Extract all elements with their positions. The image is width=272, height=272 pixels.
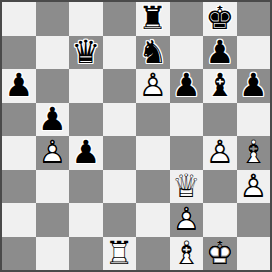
square-f2[interactable]: ♟♙ [170,203,204,237]
white-queen-outline-glyph: ♕ [170,170,204,204]
square-g7[interactable]: ♟ [203,36,237,70]
square-c4[interactable]: ♟ [69,136,103,170]
square-c5[interactable] [69,103,103,137]
square-e5[interactable] [136,103,170,137]
white-pawn-e6[interactable]: ♟♙ [136,69,170,103]
square-f8[interactable] [170,2,204,36]
black-pawn-glyph: ♟ [69,136,103,170]
white-pawn-glyph: ♟ [170,203,204,237]
square-b2[interactable] [36,203,70,237]
square-b3[interactable] [36,170,70,204]
black-pawn-glyph: ♟ [36,103,70,137]
white-bishop-glyph: ♝ [237,136,271,170]
square-h2[interactable] [237,203,271,237]
square-f7[interactable] [170,36,204,70]
square-e2[interactable] [136,203,170,237]
square-g6[interactable]: ♝ [203,69,237,103]
black-knight-e7[interactable]: ♞ [136,36,170,70]
white-king-outline-glyph: ♔ [203,237,237,271]
white-pawn-h3[interactable]: ♟♙ [237,170,271,204]
square-g1[interactable]: ♚♔ [203,237,237,271]
black-rook-e8[interactable]: ♜ [136,2,170,36]
white-bishop-glyph: ♝ [170,237,204,271]
white-pawn-outline-glyph: ♙ [170,203,204,237]
black-pawn-h6[interactable]: ♟ [237,69,271,103]
black-pawn-glyph: ♟ [2,69,36,103]
square-e8[interactable]: ♜ [136,2,170,36]
chess-board-grid: ♜♚♛♞♟♟♟♙♟♝♟♟♟♙♟♟♙♝♗♛♕♟♙♟♙♜♖♝♗♚♔ [2,2,270,270]
white-rook-outline-glyph: ♖ [103,237,137,271]
square-h1[interactable] [237,237,271,271]
square-e6[interactable]: ♟♙ [136,69,170,103]
black-pawn-f6[interactable]: ♟ [170,69,204,103]
square-f6[interactable]: ♟ [170,69,204,103]
square-f3[interactable]: ♛♕ [170,170,204,204]
white-pawn-outline-glyph: ♙ [237,170,271,204]
white-rook-d1[interactable]: ♜♖ [103,237,137,271]
white-pawn-outline-glyph: ♙ [136,69,170,103]
black-knight-glyph: ♞ [136,36,170,70]
square-b6[interactable] [36,69,70,103]
white-pawn-g4[interactable]: ♟♙ [203,136,237,170]
black-pawn-a6[interactable]: ♟ [2,69,36,103]
white-bishop-outline-glyph: ♗ [170,237,204,271]
square-f4[interactable] [170,136,204,170]
square-h3[interactable]: ♟♙ [237,170,271,204]
white-bishop-outline-glyph: ♗ [237,136,271,170]
square-d4[interactable] [103,136,137,170]
black-pawn-b5[interactable]: ♟ [36,103,70,137]
white-bishop-h4[interactable]: ♝♗ [237,136,271,170]
square-g3[interactable] [203,170,237,204]
white-pawn-b4[interactable]: ♟♙ [36,136,70,170]
black-pawn-glyph: ♟ [170,69,204,103]
black-rook-glyph: ♜ [136,2,170,36]
square-g8[interactable]: ♚ [203,2,237,36]
square-d8[interactable] [103,2,137,36]
square-e1[interactable] [136,237,170,271]
square-e3[interactable] [136,170,170,204]
white-king-g1[interactable]: ♚♔ [203,237,237,271]
black-pawn-glyph: ♟ [237,69,271,103]
square-b5[interactable]: ♟ [36,103,70,137]
square-f5[interactable] [170,103,204,137]
black-pawn-glyph: ♟ [203,36,237,70]
black-king-glyph: ♚ [203,2,237,36]
white-pawn-glyph: ♟ [203,136,237,170]
black-bishop-glyph: ♝ [203,69,237,103]
square-c7[interactable]: ♛ [69,36,103,70]
white-rook-glyph: ♜ [103,237,137,271]
square-h8[interactable] [237,2,271,36]
square-b7[interactable] [36,36,70,70]
square-d2[interactable] [103,203,137,237]
white-pawn-glyph: ♟ [136,69,170,103]
square-e7[interactable]: ♞ [136,36,170,70]
square-c6[interactable] [69,69,103,103]
square-a1[interactable] [2,237,36,271]
black-queen-c7[interactable]: ♛ [69,36,103,70]
square-e4[interactable] [136,136,170,170]
white-king-glyph: ♚ [203,237,237,271]
square-d7[interactable] [103,36,137,70]
white-pawn-outline-glyph: ♙ [203,136,237,170]
square-d6[interactable] [103,69,137,103]
white-pawn-outline-glyph: ♙ [36,136,70,170]
square-h6[interactable]: ♟ [237,69,271,103]
square-b4[interactable]: ♟♙ [36,136,70,170]
square-h7[interactable] [237,36,271,70]
square-a7[interactable] [2,36,36,70]
black-pawn-g7[interactable]: ♟ [203,36,237,70]
square-a2[interactable] [2,203,36,237]
square-a5[interactable] [2,103,36,137]
square-f1[interactable]: ♝♗ [170,237,204,271]
black-queen-glyph: ♛ [69,36,103,70]
black-king-g8[interactable]: ♚ [203,2,237,36]
square-h5[interactable] [237,103,271,137]
square-c3[interactable] [69,170,103,204]
square-a3[interactable] [2,170,36,204]
white-pawn-f2[interactable]: ♟♙ [170,203,204,237]
square-b1[interactable] [36,237,70,271]
white-pawn-glyph: ♟ [36,136,70,170]
black-bishop-g6[interactable]: ♝ [203,69,237,103]
square-h4[interactable]: ♝♗ [237,136,271,170]
square-c2[interactable] [69,203,103,237]
white-queen-glyph: ♛ [170,170,204,204]
square-g4[interactable]: ♟♙ [203,136,237,170]
square-d1[interactable]: ♜♖ [103,237,137,271]
square-g5[interactable] [203,103,237,137]
square-a8[interactable] [2,2,36,36]
square-g2[interactable] [203,203,237,237]
square-d3[interactable] [103,170,137,204]
square-a6[interactable]: ♟ [2,69,36,103]
white-pawn-glyph: ♟ [237,170,271,204]
square-c8[interactable] [69,2,103,36]
square-d5[interactable] [103,103,137,137]
square-a4[interactable] [2,136,36,170]
black-pawn-c4[interactable]: ♟ [69,136,103,170]
white-bishop-f1[interactable]: ♝♗ [170,237,204,271]
chess-board: ♜♚♛♞♟♟♟♙♟♝♟♟♟♙♟♟♙♝♗♛♕♟♙♟♙♜♖♝♗♚♔ [0,0,272,272]
white-queen-f3[interactable]: ♛♕ [170,170,204,204]
square-c1[interactable] [69,237,103,271]
square-b8[interactable] [36,2,70,36]
